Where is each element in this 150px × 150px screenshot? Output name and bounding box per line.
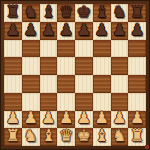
piece-white-bishop[interactable]: ♝ [94, 128, 108, 144]
square-f1[interactable]: ♝ [93, 128, 111, 146]
square-d6[interactable] [57, 40, 75, 58]
piece-black-queen[interactable]: ♛ [59, 4, 73, 20]
piece-black-pawn[interactable]: ♟ [130, 22, 144, 38]
square-g5[interactable] [111, 57, 129, 75]
piece-white-queen[interactable]: ♛ [59, 128, 73, 144]
piece-white-pawn[interactable]: ♟ [6, 110, 20, 126]
piece-white-pawn[interactable]: ♟ [77, 110, 91, 126]
piece-white-knight[interactable]: ♞ [23, 128, 37, 144]
piece-black-pawn[interactable]: ♟ [23, 22, 37, 38]
square-a4[interactable] [4, 75, 22, 93]
square-f4[interactable] [93, 75, 111, 93]
piece-white-pawn[interactable]: ♟ [130, 110, 144, 126]
square-b6[interactable] [22, 40, 40, 58]
piece-black-pawn[interactable]: ♟ [112, 22, 126, 38]
piece-black-pawn[interactable]: ♟ [59, 22, 73, 38]
square-h6[interactable] [128, 40, 146, 58]
square-e5[interactable] [75, 57, 93, 75]
square-b4[interactable] [22, 75, 40, 93]
square-d7[interactable]: ♟ [57, 22, 75, 40]
piece-white-rook[interactable]: ♜ [130, 128, 144, 144]
square-c7[interactable]: ♟ [40, 22, 58, 40]
piece-black-rook[interactable]: ♜ [6, 4, 20, 20]
square-g6[interactable] [111, 40, 129, 58]
piece-black-pawn[interactable]: ♟ [41, 22, 55, 38]
square-b5[interactable] [22, 57, 40, 75]
piece-white-knight[interactable]: ♞ [112, 128, 126, 144]
square-b1[interactable]: ♞ [22, 128, 40, 146]
square-f7[interactable]: ♟ [93, 22, 111, 40]
square-e1[interactable]: ♚ [75, 128, 93, 146]
square-c5[interactable] [40, 57, 58, 75]
square-a7[interactable]: ♟ [4, 22, 22, 40]
square-g1[interactable]: ♞ [111, 128, 129, 146]
square-h5[interactable] [128, 57, 146, 75]
square-f6[interactable] [93, 40, 111, 58]
piece-white-pawn[interactable]: ♟ [41, 110, 55, 126]
piece-white-king[interactable]: ♚ [77, 128, 91, 144]
piece-black-pawn[interactable]: ♟ [6, 22, 20, 38]
piece-white-pawn[interactable]: ♟ [23, 110, 37, 126]
square-a1[interactable]: ♜ [4, 128, 22, 146]
chess-board: ♜♞♝♛♚♝♞♜♟♟♟♟♟♟♟♟♟♟♟♟♟♟♟♟♜♞♝♛♚♝♞♜ [0, 0, 150, 150]
square-d5[interactable] [57, 57, 75, 75]
square-d1[interactable]: ♛ [57, 128, 75, 146]
piece-black-pawn[interactable]: ♟ [77, 22, 91, 38]
piece-white-pawn[interactable]: ♟ [59, 110, 73, 126]
piece-black-knight[interactable]: ♞ [112, 4, 126, 20]
piece-black-knight[interactable]: ♞ [23, 4, 37, 20]
piece-black-rook[interactable]: ♜ [130, 4, 144, 20]
square-e6[interactable] [75, 40, 93, 58]
piece-black-pawn[interactable]: ♟ [94, 22, 108, 38]
square-h1[interactable]: ♜ [128, 128, 146, 146]
square-g4[interactable] [111, 75, 129, 93]
square-c6[interactable] [40, 40, 58, 58]
square-d4[interactable] [57, 75, 75, 93]
piece-black-bishop[interactable]: ♝ [41, 4, 55, 20]
chess-app-screen: ♜♞♝♛♚♝♞♜♟♟♟♟♟♟♟♟♟♟♟♟♟♟♟♟♜♞♝♛♚♝♞♜ [0, 0, 150, 150]
piece-white-rook[interactable]: ♜ [6, 128, 20, 144]
piece-black-king[interactable]: ♚ [77, 4, 91, 20]
square-g7[interactable]: ♟ [111, 22, 129, 40]
square-c4[interactable] [40, 75, 58, 93]
square-b7[interactable]: ♟ [22, 22, 40, 40]
square-h4[interactable] [128, 75, 146, 93]
piece-white-bishop[interactable]: ♝ [41, 128, 55, 144]
square-a6[interactable] [4, 40, 22, 58]
square-c1[interactable]: ♝ [40, 128, 58, 146]
square-h7[interactable]: ♟ [128, 22, 146, 40]
piece-white-pawn[interactable]: ♟ [94, 110, 108, 126]
square-f5[interactable] [93, 57, 111, 75]
piece-white-pawn[interactable]: ♟ [112, 110, 126, 126]
square-e7[interactable]: ♟ [75, 22, 93, 40]
piece-black-bishop[interactable]: ♝ [94, 4, 108, 20]
square-e4[interactable] [75, 75, 93, 93]
square-a5[interactable] [4, 57, 22, 75]
